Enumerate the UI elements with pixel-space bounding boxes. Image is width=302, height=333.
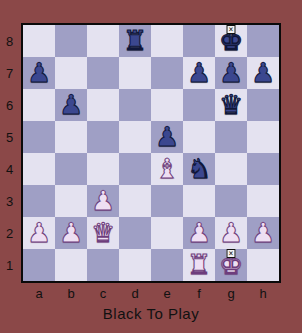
file-label-h: h <box>247 286 279 301</box>
piece-black-queen-g6[interactable]: ♛ <box>219 89 243 121</box>
square-d4[interactable] <box>119 153 151 185</box>
square-c2[interactable]: ♛ <box>87 217 119 249</box>
piece-black-pawn-b6[interactable]: ♟ <box>59 89 83 121</box>
piece-white-rook-f1[interactable]: ♜ <box>187 249 211 281</box>
file-label-a: a <box>23 286 55 301</box>
piece-black-rook-d8[interactable]: ♜ <box>123 25 147 57</box>
rank-label-4: 4 <box>0 153 19 185</box>
square-e4[interactable]: ♝ <box>151 153 183 185</box>
file-label-c: c <box>87 286 119 301</box>
square-h4[interactable] <box>247 153 279 185</box>
square-b1[interactable] <box>55 249 87 281</box>
square-g8[interactable]: ♚× <box>215 25 247 57</box>
piece-black-pawn-h7[interactable]: ♟ <box>251 57 275 89</box>
rank-label-6: 6 <box>0 89 19 121</box>
status-caption: Black To Play <box>0 305 302 322</box>
piece-black-pawn-f7[interactable]: ♟ <box>187 57 211 89</box>
square-a1[interactable] <box>23 249 55 281</box>
square-h1[interactable] <box>247 249 279 281</box>
square-a4[interactable] <box>23 153 55 185</box>
square-h6[interactable] <box>247 89 279 121</box>
square-b2[interactable]: ♟ <box>55 217 87 249</box>
square-b3[interactable] <box>55 185 87 217</box>
square-d7[interactable] <box>119 57 151 89</box>
piece-white-king-g1[interactable]: ♚ <box>219 249 243 281</box>
rank-labels: 87654321 <box>0 25 19 281</box>
rank-label-7: 7 <box>0 57 19 89</box>
piece-black-king-g8[interactable]: ♚ <box>219 25 243 57</box>
chess-app-window: 87654321 ♜♚×♟♟♟♟♟♛♟♝♞♟♟♟♛♟♟♟♜♚× abcdefgh… <box>0 0 302 333</box>
square-f3[interactable] <box>183 185 215 217</box>
square-b4[interactable] <box>55 153 87 185</box>
piece-black-pawn-g7[interactable]: ♟ <box>219 57 243 89</box>
square-e6[interactable] <box>151 89 183 121</box>
square-g7[interactable]: ♟ <box>215 57 247 89</box>
square-h7[interactable]: ♟ <box>247 57 279 89</box>
square-e8[interactable] <box>151 25 183 57</box>
square-d5[interactable] <box>119 121 151 153</box>
square-c4[interactable] <box>87 153 119 185</box>
square-c3[interactable]: ♟ <box>87 185 119 217</box>
square-g5[interactable] <box>215 121 247 153</box>
square-f2[interactable]: ♟ <box>183 217 215 249</box>
piece-white-pawn-c3[interactable]: ♟ <box>91 185 115 217</box>
square-e1[interactable] <box>151 249 183 281</box>
square-e5[interactable]: ♟ <box>151 121 183 153</box>
piece-white-pawn-h2[interactable]: ♟ <box>251 217 275 249</box>
file-labels: abcdefgh <box>23 286 279 301</box>
rank-label-1: 1 <box>0 249 19 281</box>
rank-label-2: 2 <box>0 217 19 249</box>
piece-white-bishop-e4[interactable]: ♝ <box>155 153 179 185</box>
square-a8[interactable] <box>23 25 55 57</box>
rank-label-8: 8 <box>0 25 19 57</box>
square-g4[interactable] <box>215 153 247 185</box>
square-f8[interactable] <box>183 25 215 57</box>
file-label-g: g <box>215 286 247 301</box>
square-e7[interactable] <box>151 57 183 89</box>
square-g2[interactable]: ♟ <box>215 217 247 249</box>
square-g1[interactable]: ♚× <box>215 249 247 281</box>
square-a5[interactable] <box>23 121 55 153</box>
square-b5[interactable] <box>55 121 87 153</box>
square-g6[interactable]: ♛ <box>215 89 247 121</box>
piece-black-pawn-a7[interactable]: ♟ <box>27 57 51 89</box>
square-c7[interactable] <box>87 57 119 89</box>
square-a6[interactable] <box>23 89 55 121</box>
square-b6[interactable]: ♟ <box>55 89 87 121</box>
square-g3[interactable] <box>215 185 247 217</box>
square-e2[interactable] <box>151 217 183 249</box>
file-label-d: d <box>119 286 151 301</box>
piece-black-knight-f4[interactable]: ♞ <box>187 153 211 185</box>
piece-white-pawn-a2[interactable]: ♟ <box>27 217 51 249</box>
square-a2[interactable]: ♟ <box>23 217 55 249</box>
file-label-f: f <box>183 286 215 301</box>
square-h8[interactable] <box>247 25 279 57</box>
board-grid: ♜♚×♟♟♟♟♟♛♟♝♞♟♟♟♛♟♟♟♜♚× <box>23 25 279 281</box>
file-label-e: e <box>151 286 183 301</box>
square-c5[interactable] <box>87 121 119 153</box>
piece-white-pawn-g2[interactable]: ♟ <box>219 217 243 249</box>
square-b7[interactable] <box>55 57 87 89</box>
square-c6[interactable] <box>87 89 119 121</box>
rank-label-5: 5 <box>0 121 19 153</box>
square-d6[interactable] <box>119 89 151 121</box>
square-a3[interactable] <box>23 185 55 217</box>
square-d8[interactable]: ♜ <box>119 25 151 57</box>
file-label-b: b <box>55 286 87 301</box>
square-f5[interactable] <box>183 121 215 153</box>
piece-white-pawn-b2[interactable]: ♟ <box>59 217 83 249</box>
square-c8[interactable] <box>87 25 119 57</box>
square-h3[interactable] <box>247 185 279 217</box>
piece-black-pawn-e5[interactable]: ♟ <box>155 121 179 153</box>
square-e3[interactable] <box>151 185 183 217</box>
square-h2[interactable]: ♟ <box>247 217 279 249</box>
piece-white-pawn-f2[interactable]: ♟ <box>187 217 211 249</box>
square-f6[interactable] <box>183 89 215 121</box>
square-d3[interactable] <box>119 185 151 217</box>
square-f1[interactable]: ♜ <box>183 249 215 281</box>
square-h5[interactable] <box>247 121 279 153</box>
square-f4[interactable]: ♞ <box>183 153 215 185</box>
square-c1[interactable] <box>87 249 119 281</box>
square-b8[interactable] <box>55 25 87 57</box>
rank-label-3: 3 <box>0 185 19 217</box>
square-f7[interactable]: ♟ <box>183 57 215 89</box>
square-a7[interactable]: ♟ <box>23 57 55 89</box>
piece-white-queen-c2[interactable]: ♛ <box>91 217 115 249</box>
square-d2[interactable] <box>119 217 151 249</box>
square-d1[interactable] <box>119 249 151 281</box>
chess-board: ♜♚×♟♟♟♟♟♛♟♝♞♟♟♟♛♟♟♟♜♚× <box>21 23 281 283</box>
